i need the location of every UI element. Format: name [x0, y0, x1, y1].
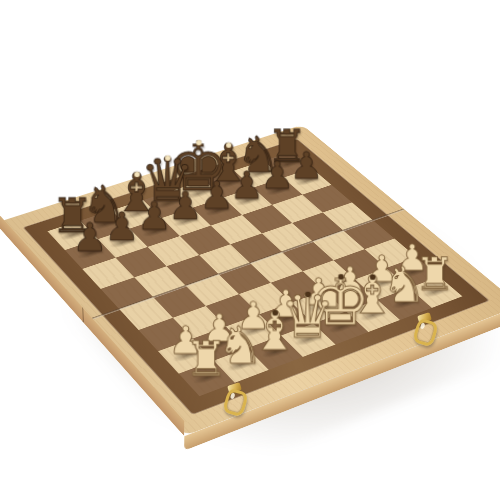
finial-dot [338, 275, 343, 280]
finial-dot [165, 155, 170, 160]
finial-dot [195, 140, 200, 145]
chess-board: ♜♞♝♛♚♝♞♜♟♟♟♟♟♟♟♟♟♟♟♟♟♟♟♟♜♞♝♛♚♝♞♜ [0, 125, 500, 436]
scene: ♜♞♝♛♚♝♞♜♟♟♟♟♟♟♟♟♟♟♟♟♟♟♟♟♜♞♝♛♚♝♞♜ [0, 0, 500, 500]
finial-dot [272, 310, 277, 315]
rook-glyph: ♜ [174, 336, 239, 384]
gold-latch-left [222, 384, 248, 416]
fold-seam-side [82, 307, 83, 322]
product-photo: ♜♞♝♛♚♝♞♜♟♟♟♟♟♟♟♟♟♟♟♟♟♟♟♟♜♞♝♛♚♝♞♜ [0, 0, 500, 500]
latch-ring-icon [412, 318, 439, 348]
finial-dot [305, 292, 310, 297]
gold-latch-right [412, 314, 438, 346]
latch-ring-icon [222, 388, 249, 418]
